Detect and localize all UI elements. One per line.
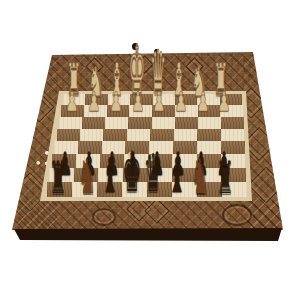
white-pawn-piece[interactable]: ♟	[153, 88, 166, 115]
black-knight-piece[interactable]: ♞	[78, 151, 96, 200]
black-knight-piece[interactable]: ♞	[191, 151, 209, 200]
black-bishop-piece[interactable]: ♝	[101, 152, 119, 200]
white-pawn-piece[interactable]: ♟	[217, 88, 230, 115]
black-rook-piece[interactable]: ♜	[216, 155, 233, 200]
black-bishop-piece[interactable]: ♝	[168, 152, 186, 200]
white-pawn-piece[interactable]: ♟	[175, 88, 188, 115]
white-pawn-piece[interactable]: ♟	[131, 88, 144, 115]
pieces-layer: ♜♞♝♚♛♝♞♜♟♟♟♟♟♟♟♟♟♟♟♟♟♟♟♟♜♞♝♚♛♝♞♜	[0, 0, 300, 300]
white-pawn-piece[interactable]: ♟	[88, 88, 101, 115]
white-pawn-piece[interactable]: ♟	[196, 88, 209, 115]
white-pawn-piece[interactable]: ♟	[109, 88, 122, 115]
black-queen-piece[interactable]: ♛	[144, 148, 163, 200]
white-pawn-piece[interactable]: ♟	[66, 88, 79, 115]
black-rook-piece[interactable]: ♜	[49, 155, 66, 200]
photo-stage: ♜♞♝♚♛♝♞♜♟♟♟♟♟♟♟♟♟♟♟♟♟♟♟♟♜♞♝♚♛♝♞♜	[0, 0, 300, 300]
black-king-piece[interactable]: ♚	[122, 145, 141, 201]
